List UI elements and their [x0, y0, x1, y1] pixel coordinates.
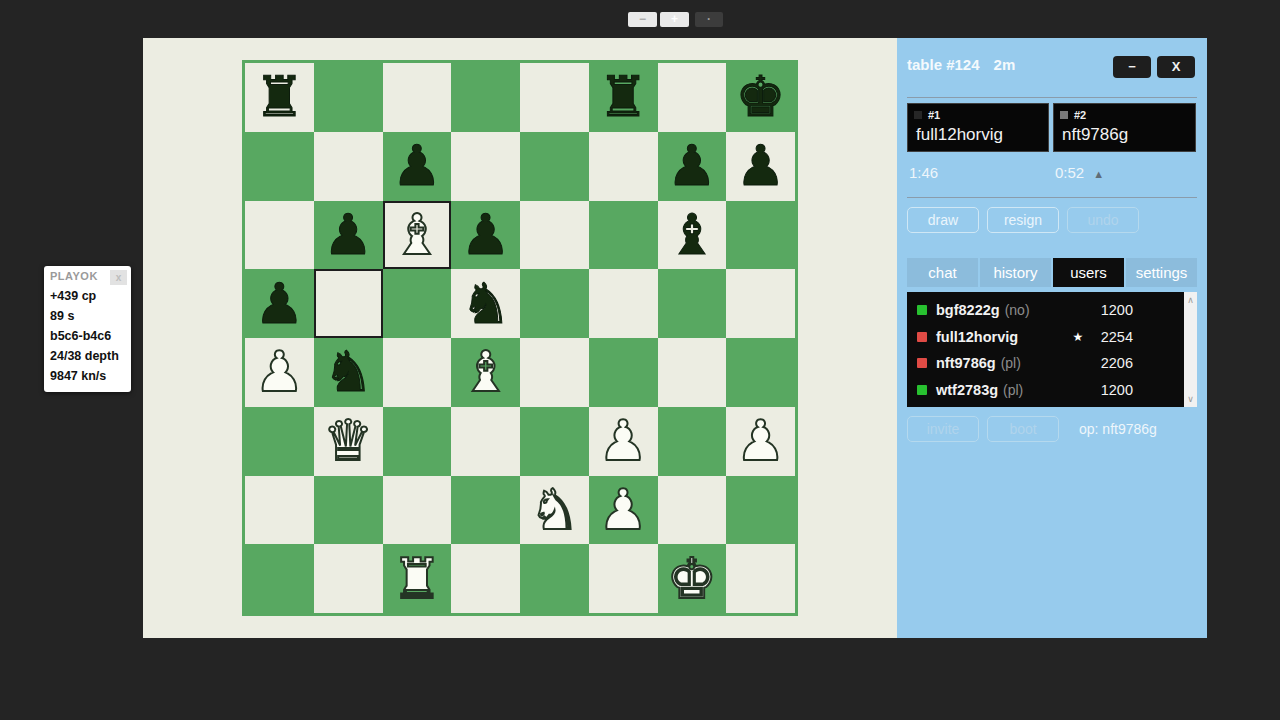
piece-black-pawn[interactable]: ♟ — [667, 138, 717, 194]
tab-users[interactable]: users — [1053, 258, 1124, 287]
draw-button[interactable]: draw — [907, 207, 979, 233]
scroll-up-icon[interactable]: ∧ — [1184, 295, 1197, 305]
square-d6[interactable]: ♟ — [451, 201, 520, 270]
user-rating: 2206 — [1087, 355, 1133, 371]
piece-black-knight[interactable]: ♞ — [461, 276, 511, 332]
tab-chat[interactable]: chat — [907, 258, 978, 287]
square-d4[interactable]: ♝ — [451, 338, 520, 407]
clock-value: 0:52 — [1055, 164, 1084, 181]
action-buttons: drawresignundo — [907, 207, 1139, 233]
op-label: op: nft9786g — [1079, 421, 1157, 437]
resign-button[interactable]: resign — [987, 207, 1059, 233]
footer-row: invite boot op: nft9786g — [907, 416, 1157, 442]
square-c4[interactable] — [383, 338, 452, 407]
square-h1[interactable] — [726, 544, 795, 613]
user-rating: 1200 — [1087, 302, 1133, 318]
scrollbar[interactable]: ∧ ∨ — [1184, 292, 1197, 407]
user-row[interactable]: full12horvig★2254 — [907, 324, 1197, 351]
square-a1[interactable] — [245, 544, 314, 613]
square-h4[interactable] — [726, 338, 795, 407]
table-title: table #1242m — [907, 56, 1015, 73]
piece-black-pawn[interactable]: ♟ — [461, 207, 511, 263]
piece-black-pawn[interactable]: ♟ — [254, 276, 304, 332]
piece-black-rook[interactable]: ♜ — [254, 69, 304, 125]
user-rating: 1200 — [1087, 382, 1133, 398]
user-name: bgf8222g — [936, 302, 1000, 318]
square-b8[interactable] — [314, 63, 383, 132]
square-g3[interactable] — [658, 407, 727, 476]
tab-history[interactable]: history — [980, 258, 1051, 287]
user-row[interactable]: wtf2783g(pl)1200 — [907, 377, 1197, 404]
seat-color-icon — [914, 111, 922, 119]
piece-white-rook[interactable]: ♜ — [392, 551, 442, 607]
square-g1[interactable]: ♚ — [658, 544, 727, 613]
square-d7[interactable] — [451, 132, 520, 201]
square-d1[interactable] — [451, 544, 520, 613]
square-f8[interactable]: ♜ — [589, 63, 658, 132]
square-f7[interactable] — [589, 132, 658, 201]
square-g4[interactable] — [658, 338, 727, 407]
piece-black-bishop[interactable]: ♝ — [667, 207, 717, 263]
player-name: nft9786g — [1054, 121, 1195, 145]
user-panel: bgf8222g(no)1200full12horvig★2254nft9786… — [907, 292, 1197, 407]
user-name: nft9786g — [936, 355, 996, 371]
square-a6[interactable] — [245, 201, 314, 270]
piece-black-rook[interactable]: ♜ — [598, 69, 648, 125]
piece-white-bishop[interactable]: ♝ — [392, 207, 442, 263]
square-a4[interactable]: ♟ — [245, 338, 314, 407]
square-b7[interactable] — [314, 132, 383, 201]
square-f1[interactable] — [589, 544, 658, 613]
seat-number: #1 — [928, 109, 940, 121]
square-a8[interactable]: ♜ — [245, 63, 314, 132]
status-dot — [917, 332, 927, 342]
status-dot — [917, 385, 927, 395]
square-d2[interactable] — [451, 476, 520, 545]
scroll-down-icon[interactable]: ∨ — [1184, 394, 1197, 404]
piece-white-pawn[interactable]: ♟ — [736, 413, 786, 469]
menu-dot-button[interactable]: · — [695, 12, 723, 27]
piece-black-king[interactable]: ♚ — [736, 69, 786, 125]
square-b6[interactable]: ♟ — [314, 201, 383, 270]
square-g6[interactable]: ♝ — [658, 201, 727, 270]
square-e7[interactable] — [520, 132, 589, 201]
square-c8[interactable] — [383, 63, 452, 132]
tab-settings[interactable]: settings — [1126, 258, 1197, 287]
invite-button[interactable]: invite — [907, 416, 979, 442]
square-b3[interactable]: ♛ — [314, 407, 383, 476]
piece-white-knight[interactable]: ♞ — [529, 482, 579, 538]
square-e6[interactable] — [520, 201, 589, 270]
square-c3[interactable] — [383, 407, 452, 476]
tab-bar: chathistoryuserssettings — [907, 258, 1197, 287]
piece-black-knight[interactable]: ♞ — [323, 344, 373, 400]
square-d5[interactable]: ♞ — [451, 269, 520, 338]
engine-time: 89 s — [50, 306, 125, 326]
square-h5[interactable] — [726, 269, 795, 338]
square-d3[interactable] — [451, 407, 520, 476]
engine-pv: b5c6-b4c6 — [50, 326, 125, 346]
square-c6[interactable]: ♝ — [383, 201, 452, 270]
zoom-in-button[interactable]: + — [660, 12, 689, 27]
square-c2[interactable] — [383, 476, 452, 545]
square-h8[interactable]: ♚ — [726, 63, 795, 132]
square-a5[interactable]: ♟ — [245, 269, 314, 338]
board-grid: ♜♜♚♟♟♟♟♝♟♝♟♞♟♞♝♛♟♟♞♟♜♚ — [245, 63, 795, 613]
user-row[interactable]: bgf8222g(no)1200 — [907, 297, 1197, 324]
square-a7[interactable] — [245, 132, 314, 201]
square-f4[interactable] — [589, 338, 658, 407]
clock-player-1: 1:46 — [909, 164, 938, 181]
square-c1[interactable]: ♜ — [383, 544, 452, 613]
engine-depth: 24/38 depth — [50, 346, 125, 366]
engine-speed: 9847 kn/s — [50, 366, 125, 386]
square-c7[interactable]: ♟ — [383, 132, 452, 201]
square-b4[interactable]: ♞ — [314, 338, 383, 407]
square-h6[interactable] — [726, 201, 795, 270]
square-h7[interactable]: ♟ — [726, 132, 795, 201]
player-name: full12horvig — [908, 121, 1048, 145]
square-g2[interactable] — [658, 476, 727, 545]
square-e8[interactable] — [520, 63, 589, 132]
close-button[interactable]: X — [1157, 56, 1195, 78]
table-sidebar: table #1242m − X #1 full12horvig #2 nft9… — [897, 38, 1207, 638]
square-b1[interactable] — [314, 544, 383, 613]
minimize-button[interactable]: − — [1113, 56, 1151, 78]
square-g7[interactable]: ♟ — [658, 132, 727, 201]
square-a3[interactable] — [245, 407, 314, 476]
square-f2[interactable]: ♟ — [589, 476, 658, 545]
boot-button[interactable]: boot — [987, 416, 1059, 442]
square-e2[interactable]: ♞ — [520, 476, 589, 545]
piece-black-pawn[interactable]: ♟ — [323, 207, 373, 263]
star-icon: ★ — [1069, 330, 1087, 344]
divider — [907, 197, 1197, 198]
piece-white-pawn[interactable]: ♟ — [598, 482, 648, 538]
user-country-tag: (no) — [1005, 302, 1030, 318]
user-name: full12horvig — [936, 329, 1018, 345]
user-country-tag: (pl) — [1001, 355, 1021, 371]
square-e5[interactable] — [520, 269, 589, 338]
turn-indicator-icon: ▲ — [1093, 168, 1104, 180]
chess-board: ♜♜♚♟♟♟♟♝♟♝♟♞♟♞♝♛♟♟♞♟♜♚ — [242, 60, 798, 616]
close-icon[interactable]: x — [110, 270, 127, 285]
player-box-1: #1 full12horvig — [907, 103, 1049, 152]
square-e1[interactable] — [520, 544, 589, 613]
game-panel: c6 ♜♜♚♟♟♟♟♝♟♝♟♞♟♞♝♛♟♟♞♟♜♚ — [143, 38, 897, 638]
piece-white-pawn[interactable]: ♟ — [598, 413, 648, 469]
square-e3[interactable] — [520, 407, 589, 476]
status-dot — [917, 358, 927, 368]
square-g8[interactable] — [658, 63, 727, 132]
square-f5[interactable] — [589, 269, 658, 338]
user-list: bgf8222g(no)1200full12horvig★2254nft9786… — [907, 292, 1197, 403]
zoom-out-button[interactable]: − — [628, 12, 657, 27]
square-c5[interactable] — [383, 269, 452, 338]
engine-popup: PLAYOK x +439 cp 89 s b5c6-b4c6 24/38 de… — [44, 266, 131, 392]
piece-white-bishop[interactable]: ♝ — [461, 344, 511, 400]
player-box-2: #2 nft9786g — [1053, 103, 1196, 152]
square-h2[interactable] — [726, 476, 795, 545]
seat-number: #2 — [1074, 109, 1086, 121]
square-d8[interactable] — [451, 63, 520, 132]
seat-color-icon — [1060, 111, 1068, 119]
square-e4[interactable] — [520, 338, 589, 407]
piece-white-king[interactable]: ♚ — [667, 551, 717, 607]
square-g5[interactable] — [658, 269, 727, 338]
square-f3[interactable]: ♟ — [589, 407, 658, 476]
engine-eval: +439 cp — [50, 286, 125, 306]
table-number: table #124 — [907, 56, 980, 73]
square-f6[interactable] — [589, 201, 658, 270]
square-b5[interactable] — [314, 269, 383, 338]
square-a2[interactable] — [245, 476, 314, 545]
user-row[interactable]: nft9786g(pl)2206 — [907, 350, 1197, 377]
undo-button[interactable]: undo — [1067, 207, 1139, 233]
status-dot — [917, 305, 927, 315]
square-h3[interactable]: ♟ — [726, 407, 795, 476]
user-country-tag: (pl) — [1003, 382, 1023, 398]
time-control: 2m — [994, 56, 1016, 73]
piece-black-pawn[interactable]: ♟ — [736, 138, 786, 194]
square-b2[interactable] — [314, 476, 383, 545]
divider — [907, 97, 1197, 98]
user-name: wtf2783g — [936, 382, 998, 398]
clock-player-2: 0:52▲ — [1055, 164, 1104, 181]
piece-black-pawn[interactable]: ♟ — [392, 138, 442, 194]
piece-white-pawn[interactable]: ♟ — [254, 344, 304, 400]
user-rating: 2254 — [1087, 329, 1133, 345]
piece-white-queen[interactable]: ♛ — [323, 413, 373, 469]
